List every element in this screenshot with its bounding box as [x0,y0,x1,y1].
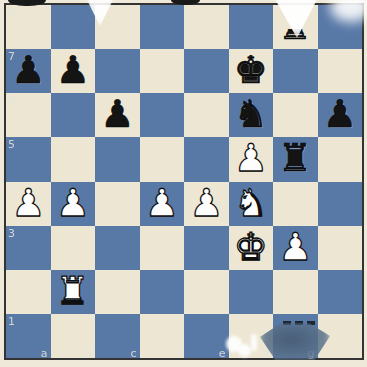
square-c6[interactable]: ♟ [95,93,140,137]
square-d1[interactable]: d [140,314,185,358]
piece-black-pawn-c6[interactable]: ♟ [100,95,134,133]
square-h7[interactable] [318,49,363,93]
square-f1[interactable]: f [229,314,274,358]
square-h8[interactable] [318,5,363,49]
square-f3[interactable]: ♚ [229,226,274,270]
piece-white-king-f3[interactable]: ♚ [234,228,268,266]
square-c5[interactable] [95,137,140,181]
rank-label-7: 7 [8,50,15,63]
rank-label-5: 5 [8,138,15,151]
piece-white-pawn-d4[interactable]: ♟ [145,184,179,222]
square-c1[interactable]: c [95,314,140,358]
square-b4[interactable]: ♟ [51,182,96,226]
square-e8[interactable] [184,5,229,49]
rank-label-3: 3 [8,227,15,240]
square-g8[interactable]: ♜ [273,5,318,49]
square-e6[interactable] [184,93,229,137]
chess-board-frame: 8♜♟7♟♚6♟♞♟5♟♜♟4♟♟♟♞3♚♟2♜1abcdefgh [4,3,364,360]
square-b6[interactable] [51,93,96,137]
piece-black-pawn-a7[interactable]: ♟ [11,51,45,89]
square-c2[interactable] [95,270,140,314]
square-b2[interactable]: ♜ [51,270,96,314]
square-a5[interactable]: 5 [6,137,51,181]
chess-board: 8♜♟7♟♚6♟♞♟5♟♜♟4♟♟♟♞3♚♟2♜1abcdefgh [6,5,362,358]
piece-black-pawn-b7[interactable]: ♟ [56,51,90,89]
square-h3[interactable] [318,226,363,270]
rank-label-2: 2 [8,271,15,284]
file-label-c: c [130,347,136,360]
file-label-a: a [41,347,48,360]
square-e3[interactable] [184,226,229,270]
square-h1[interactable]: h [318,314,363,358]
piece-white-rook-b2[interactable]: ♜ [56,272,90,310]
square-c3[interactable] [95,226,140,270]
file-label-f: f [266,347,270,360]
square-b7[interactable]: ♟ [51,49,96,93]
square-a1[interactable]: 1a [6,314,51,358]
piece-white-pawn-a4[interactable]: ♟ [11,184,45,222]
file-label-h: h [352,347,359,360]
chess-diagram-page: { "game": "chess", "position": { "fen": … [0,0,367,367]
file-label-g: g [308,347,315,360]
square-f5[interactable]: ♟ [229,137,274,181]
piece-black-pawn-h6[interactable]: ♟ [323,95,357,133]
square-d6[interactable] [140,93,185,137]
square-b1[interactable]: b [51,314,96,358]
square-c7[interactable] [95,49,140,93]
file-label-b: b [85,347,92,360]
piece-white-pawn-g3[interactable]: ♟ [278,228,312,266]
square-c8[interactable] [95,5,140,49]
square-e7[interactable] [184,49,229,93]
piece-white-pawn-e4[interactable]: ♟ [189,184,223,222]
square-d2[interactable] [140,270,185,314]
file-label-e: e [219,347,226,360]
square-g4[interactable] [273,182,318,226]
square-a2[interactable]: 2 [6,270,51,314]
square-b8[interactable] [51,5,96,49]
square-h4[interactable] [318,182,363,226]
square-g5[interactable]: ♜ [273,137,318,181]
square-a6[interactable]: 6 [6,93,51,137]
square-f6[interactable]: ♞ [229,93,274,137]
square-d3[interactable] [140,226,185,270]
square-d8[interactable] [140,5,185,49]
square-d4[interactable]: ♟ [140,182,185,226]
piece-black-rook-g8[interactable]: ♜ [278,7,312,45]
rank-label-1: 1 [8,315,15,328]
square-e5[interactable] [184,137,229,181]
square-h2[interactable] [318,270,363,314]
piece-white-pawn-f5[interactable]: ♟ [234,139,268,177]
square-c4[interactable] [95,182,140,226]
piece-white-pawn-b4[interactable]: ♟ [56,184,90,222]
square-e4[interactable]: ♟ [184,182,229,226]
square-g3[interactable]: ♟ [273,226,318,270]
piece-black-king-f7[interactable]: ♚ [234,51,268,89]
square-d5[interactable] [140,137,185,181]
rank-label-6: 6 [8,94,15,107]
square-f7[interactable]: ♚ [229,49,274,93]
square-h6[interactable]: ♟ [318,93,363,137]
square-a8[interactable]: 8 [6,5,51,49]
square-d7[interactable] [140,49,185,93]
square-b3[interactable] [51,226,96,270]
square-e1[interactable]: e [184,314,229,358]
square-f8[interactable] [229,5,274,49]
piece-black-rook-g5[interactable]: ♜ [278,139,312,177]
rank-label-4: 4 [8,183,15,196]
square-a4[interactable]: ♟4 [6,182,51,226]
square-g1[interactable]: g [273,314,318,358]
square-a7[interactable]: ♟7 [6,49,51,93]
piece-white-knight-f4[interactable]: ♞ [234,184,268,222]
square-e2[interactable] [184,270,229,314]
square-h5[interactable] [318,137,363,181]
file-label-d: d [174,347,181,360]
square-g6[interactable] [273,93,318,137]
square-g7[interactable] [273,49,318,93]
square-a3[interactable]: 3 [6,226,51,270]
square-g2[interactable] [273,270,318,314]
square-b5[interactable] [51,137,96,181]
piece-black-knight-f6[interactable]: ♞ [234,95,268,133]
square-f2[interactable] [229,270,274,314]
square-f4[interactable]: ♞ [229,182,274,226]
rank-label-8: 8 [8,6,15,19]
